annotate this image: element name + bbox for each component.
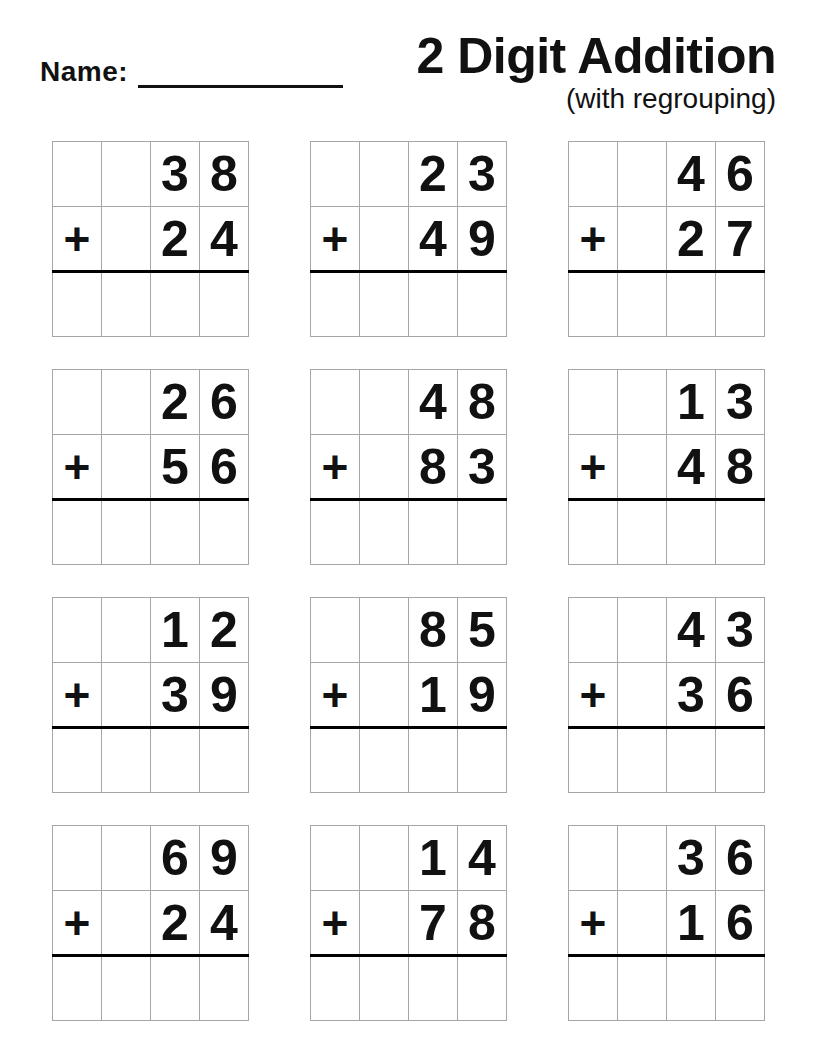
addition-problem: 4 6 + 2 7 [568, 141, 765, 337]
sum-line [52, 498, 249, 501]
empty-cell [618, 207, 666, 271]
addend2-tens-digit: 4 [667, 435, 715, 499]
carry-cell [360, 370, 408, 434]
addend1-tens-digit: 1 [151, 598, 199, 662]
plus-operator: + [311, 207, 359, 271]
answer-cell[interactable] [360, 956, 408, 1020]
carry-cell [102, 370, 150, 434]
name-label: Name: [40, 56, 128, 88]
addition-problem: 1 2 + 3 9 [52, 597, 249, 793]
addition-problem: 6 9 + 2 4 [52, 825, 249, 1021]
addend1-tens-digit: 4 [667, 142, 715, 206]
addend2-tens-digit: 5 [151, 435, 199, 499]
plus-operator: + [311, 435, 359, 499]
plus-operator: + [311, 891, 359, 955]
addend2-tens-digit: 3 [667, 663, 715, 727]
addend1-tens-digit: 2 [151, 370, 199, 434]
answer-cell[interactable] [458, 272, 506, 336]
addend1-tens-digit: 3 [151, 142, 199, 206]
answer-cell[interactable] [360, 500, 408, 564]
sum-line [568, 270, 765, 273]
addend1-ones-digit: 6 [716, 142, 764, 206]
answer-cell[interactable] [409, 272, 457, 336]
addend2-tens-digit: 1 [667, 891, 715, 955]
empty-cell [618, 663, 666, 727]
sum-line [310, 498, 507, 501]
empty-cell [360, 435, 408, 499]
answer-cell[interactable] [409, 956, 457, 1020]
plus-operator: + [311, 663, 359, 727]
answer-cell[interactable] [667, 272, 715, 336]
addend2-ones-digit: 8 [716, 435, 764, 499]
addend2-tens-digit: 2 [667, 207, 715, 271]
addend1-ones-digit: 2 [200, 598, 248, 662]
answer-cell[interactable] [667, 728, 715, 792]
addend2-ones-digit: 6 [200, 435, 248, 499]
page-title: 2 Digit Addition [416, 30, 776, 83]
addition-problem: 2 6 + 5 6 [52, 369, 249, 565]
empty-cell [360, 207, 408, 271]
answer-cell[interactable] [716, 500, 764, 564]
carry-cell [569, 598, 617, 662]
answer-cell[interactable] [311, 956, 359, 1020]
answer-cell[interactable] [409, 500, 457, 564]
answer-cell[interactable] [102, 500, 150, 564]
answer-cell[interactable] [458, 728, 506, 792]
answer-cell[interactable] [151, 500, 199, 564]
answer-cell[interactable] [569, 500, 617, 564]
answer-cell[interactable] [360, 272, 408, 336]
addend2-tens-digit: 3 [151, 663, 199, 727]
carry-cell [569, 826, 617, 890]
addition-problem: 1 3 + 4 8 [568, 369, 765, 565]
carry-cell [53, 826, 101, 890]
carry-cell [102, 142, 150, 206]
carry-cell [53, 370, 101, 434]
carry-cell [360, 142, 408, 206]
answer-cell[interactable] [311, 500, 359, 564]
answer-cell[interactable] [200, 500, 248, 564]
answer-cell[interactable] [716, 956, 764, 1020]
addend2-ones-digit: 9 [458, 207, 506, 271]
answer-cell[interactable] [200, 272, 248, 336]
answer-cell[interactable] [151, 728, 199, 792]
addend1-ones-digit: 3 [458, 142, 506, 206]
addition-problem: 2 3 + 4 9 [310, 141, 507, 337]
addend2-ones-digit: 7 [716, 207, 764, 271]
answer-cell[interactable] [102, 728, 150, 792]
addend1-tens-digit: 4 [409, 370, 457, 434]
answer-cell[interactable] [716, 272, 764, 336]
empty-cell [360, 891, 408, 955]
answer-cell[interactable] [618, 272, 666, 336]
carry-cell [569, 142, 617, 206]
answer-cell[interactable] [618, 728, 666, 792]
carry-cell [311, 598, 359, 662]
addend1-tens-digit: 2 [409, 142, 457, 206]
carry-cell [53, 598, 101, 662]
plus-operator: + [53, 663, 101, 727]
sum-line [52, 726, 249, 729]
answer-cell[interactable] [409, 728, 457, 792]
worksheet-header: Name: 2 Digit Addition (with regrouping) [0, 0, 816, 115]
addend2-tens-digit: 7 [409, 891, 457, 955]
answer-cell[interactable] [102, 272, 150, 336]
answer-cell[interactable] [716, 728, 764, 792]
problems-grid: 3 8 + 2 4 2 3 + 4 9 4 6 + 2 7 [52, 141, 816, 1021]
addend1-ones-digit: 9 [200, 826, 248, 890]
addend1-ones-digit: 8 [200, 142, 248, 206]
addend2-tens-digit: 8 [409, 435, 457, 499]
addend1-ones-digit: 3 [716, 370, 764, 434]
plus-operator: + [53, 435, 101, 499]
addend1-tens-digit: 8 [409, 598, 457, 662]
answer-cell[interactable] [53, 500, 101, 564]
carry-cell [618, 598, 666, 662]
addend1-ones-digit: 5 [458, 598, 506, 662]
addend2-ones-digit: 8 [458, 891, 506, 955]
answer-cell[interactable] [458, 956, 506, 1020]
empty-cell [618, 891, 666, 955]
title-block: 2 Digit Addition (with regrouping) [416, 30, 776, 115]
answer-cell[interactable] [53, 728, 101, 792]
sum-line [568, 954, 765, 957]
answer-cell[interactable] [102, 956, 150, 1020]
carry-cell [618, 826, 666, 890]
addition-problem: 8 5 + 1 9 [310, 597, 507, 793]
sum-line [310, 954, 507, 957]
addend1-tens-digit: 3 [667, 826, 715, 890]
answer-cell[interactable] [618, 956, 666, 1020]
addend1-ones-digit: 3 [716, 598, 764, 662]
name-blank-line[interactable] [138, 59, 343, 88]
sum-line [568, 726, 765, 729]
addend2-ones-digit: 9 [200, 663, 248, 727]
addition-problem: 4 3 + 3 6 [568, 597, 765, 793]
addend1-tens-digit: 4 [667, 598, 715, 662]
empty-cell [102, 891, 150, 955]
sum-line [568, 498, 765, 501]
plus-operator: + [569, 891, 617, 955]
answer-cell[interactable] [569, 728, 617, 792]
addition-problem: 3 8 + 2 4 [52, 141, 249, 337]
plus-operator: + [53, 207, 101, 271]
addend1-tens-digit: 1 [667, 370, 715, 434]
carry-cell [569, 370, 617, 434]
addition-problem: 3 6 + 1 6 [568, 825, 765, 1021]
empty-cell [360, 663, 408, 727]
answer-cell[interactable] [311, 728, 359, 792]
plus-operator: + [569, 435, 617, 499]
answer-cell[interactable] [667, 500, 715, 564]
carry-cell [618, 370, 666, 434]
addend2-ones-digit: 6 [716, 663, 764, 727]
addition-problem: 1 4 + 7 8 [310, 825, 507, 1021]
answer-cell[interactable] [200, 956, 248, 1020]
carry-cell [53, 142, 101, 206]
answer-cell[interactable] [53, 956, 101, 1020]
carry-cell [102, 826, 150, 890]
carry-cell [102, 598, 150, 662]
addend2-ones-digit: 4 [200, 207, 248, 271]
answer-cell[interactable] [53, 272, 101, 336]
plus-operator: + [53, 891, 101, 955]
answer-cell[interactable] [458, 500, 506, 564]
page-subtitle: (with regrouping) [416, 83, 776, 115]
answer-cell[interactable] [569, 956, 617, 1020]
empty-cell [102, 207, 150, 271]
sum-line [310, 270, 507, 273]
sum-line [52, 270, 249, 273]
addend1-ones-digit: 4 [458, 826, 506, 890]
addend1-tens-digit: 1 [409, 826, 457, 890]
empty-cell [102, 435, 150, 499]
addition-problem: 4 8 + 8 3 [310, 369, 507, 565]
answer-cell[interactable] [200, 728, 248, 792]
carry-cell [618, 142, 666, 206]
answer-cell[interactable] [667, 956, 715, 1020]
answer-cell[interactable] [151, 956, 199, 1020]
addend1-ones-digit: 6 [716, 826, 764, 890]
worksheet-page: Name: 2 Digit Addition (with regrouping)… [0, 0, 816, 1056]
empty-cell [618, 435, 666, 499]
addend2-ones-digit: 4 [200, 891, 248, 955]
addend2-tens-digit: 2 [151, 891, 199, 955]
addend2-ones-digit: 3 [458, 435, 506, 499]
plus-operator: + [569, 663, 617, 727]
plus-operator: + [569, 207, 617, 271]
sum-line [52, 954, 249, 957]
answer-cell[interactable] [311, 272, 359, 336]
answer-cell[interactable] [569, 272, 617, 336]
sum-line [310, 726, 507, 729]
answer-cell[interactable] [618, 500, 666, 564]
addend1-tens-digit: 6 [151, 826, 199, 890]
carry-cell [311, 826, 359, 890]
empty-cell [102, 663, 150, 727]
addend1-ones-digit: 8 [458, 370, 506, 434]
addend2-ones-digit: 9 [458, 663, 506, 727]
carry-cell [311, 142, 359, 206]
addend2-tens-digit: 4 [409, 207, 457, 271]
carry-cell [360, 598, 408, 662]
answer-cell[interactable] [360, 728, 408, 792]
name-row: Name: [40, 56, 343, 88]
carry-cell [311, 370, 359, 434]
addend2-tens-digit: 1 [409, 663, 457, 727]
addend1-ones-digit: 6 [200, 370, 248, 434]
addend2-tens-digit: 2 [151, 207, 199, 271]
carry-cell [360, 826, 408, 890]
answer-cell[interactable] [151, 272, 199, 336]
addend2-ones-digit: 6 [716, 891, 764, 955]
